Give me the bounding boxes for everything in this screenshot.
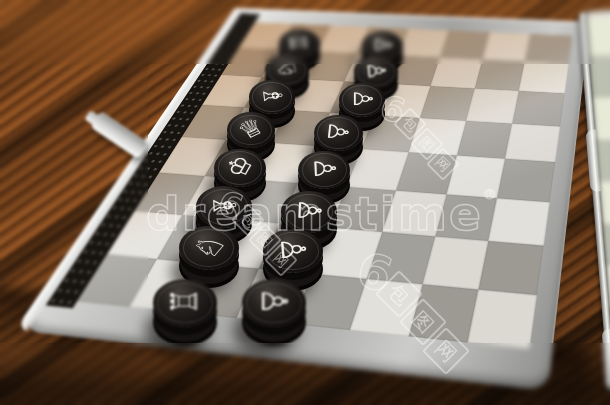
chess-piece-pawn: ♙ [314, 115, 363, 151]
piece-glyph: ♙ [323, 121, 352, 143]
piece-glyph: ♙ [275, 236, 310, 262]
pieces-layer: ♖♘♗♕♔♗♘♖♙♙♙♙♙♙♙♙ [0, 0, 610, 405]
chess-piece-pawn: ♙ [298, 151, 350, 190]
chess-piece-pawn: ♙ [339, 83, 385, 117]
chess-piece-pawn: ♙ [242, 279, 306, 327]
piece-glyph: ♙ [293, 198, 325, 222]
piece-glyph: ♙ [256, 288, 292, 314]
piece-glyph: ♙ [349, 89, 375, 108]
piece-glyph: ♙ [371, 36, 395, 54]
chess-piece-bishop: ♗ [249, 80, 295, 114]
piece-glyph: ♗ [258, 85, 285, 106]
piece-glyph: ♙ [363, 61, 389, 81]
chess-piece-king: ♔ [214, 149, 266, 188]
piece-glyph: ♗ [208, 194, 240, 218]
piece-glyph: ♖ [287, 34, 312, 52]
chess-piece-rook: ♖ [153, 279, 217, 327]
chess-piece-knight: ♘ [179, 226, 238, 270]
chess-piece-pawn: ♙ [263, 229, 323, 273]
piece-glyph: ♘ [273, 58, 301, 79]
piece-glyph: ♙ [309, 157, 339, 179]
photo-scene: ♖♘♗♕♔♗♘♖♙♙♙♙♙♙♙♙ dreamstime® 6包图网6包图网6包图… [0, 0, 610, 405]
chess-piece-pawn: ♙ [281, 191, 337, 233]
chess-piece-bishop: ♗ [196, 186, 252, 227]
piece-glyph: ♖ [167, 288, 203, 314]
chess-piece-queen: ♕ [227, 112, 276, 148]
